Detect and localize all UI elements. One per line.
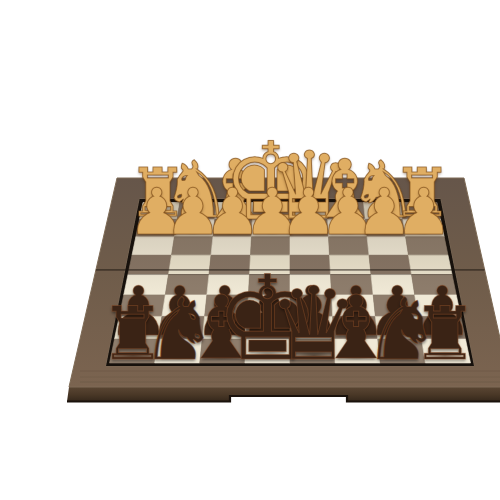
chess-board [40,16,500,500]
chess-set-photo: Folding wooden chess set with carved box… [40,16,500,500]
board-front-edge [67,387,500,402]
far-shading [110,203,471,364]
